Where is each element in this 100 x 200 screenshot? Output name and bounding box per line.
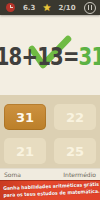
equation-area: 18+13=31 [0, 15, 100, 95]
clock-icon [6, 3, 15, 12]
answer-button-22[interactable]: 22 [54, 104, 96, 130]
timer-value: 6.3 [23, 4, 35, 12]
equation-text: 18+13=31 [9, 15, 91, 95]
equation-answer: 31 [79, 43, 100, 71]
ad-banner[interactable]: Ganha habilidades aritméticas grátis par… [0, 180, 100, 200]
game-screen: 6.3 ★ 2/10 18+13=31 31 22 21 25 Soma Int… [0, 0, 100, 200]
mode-strip: Soma Intermédio [0, 168, 100, 180]
equation-equals: = [63, 43, 79, 71]
answers-grid: 31 22 21 25 [4, 104, 96, 164]
star-icon: ★ [42, 3, 51, 13]
status-bar: 6.3 ★ 2/10 [0, 0, 100, 15]
answer-button-25[interactable]: 25 [54, 138, 96, 164]
answer-button-31-selected[interactable]: 31 [4, 104, 46, 130]
ad-banner-text: Ganha habilidades aritméticas grátis par… [3, 181, 100, 198]
difficulty-label: Intermédio [63, 171, 96, 178]
score-counter: 2/10 [58, 4, 75, 12]
equation-left: 18+13 [0, 43, 63, 71]
answers-panel: 31 22 21 25 [0, 95, 100, 168]
game-mode-label: Soma [4, 171, 21, 178]
pause-button[interactable] [84, 2, 96, 14]
answer-button-21[interactable]: 21 [4, 138, 46, 164]
